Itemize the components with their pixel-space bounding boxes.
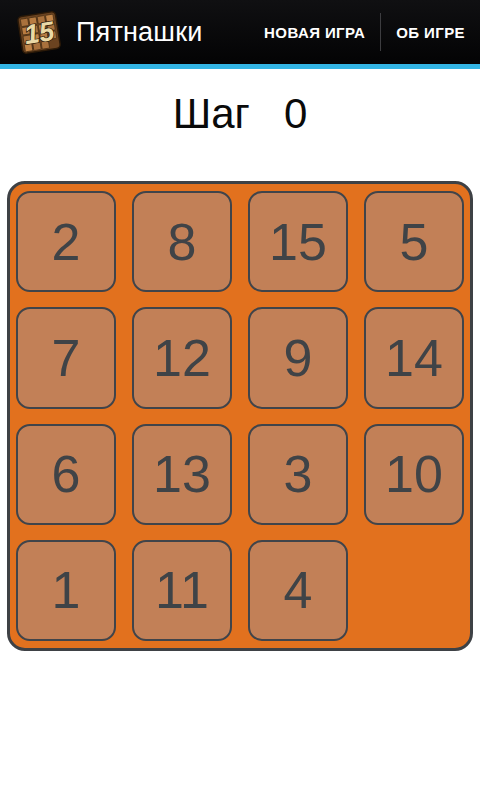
tile-5[interactable]: 5	[364, 191, 464, 292]
step-value: 0	[284, 88, 307, 140]
tile-8[interactable]: 8	[132, 191, 232, 292]
tile-1[interactable]: 1	[16, 540, 116, 641]
tile-15[interactable]: 15	[248, 191, 348, 292]
tile-2[interactable]: 2	[16, 191, 116, 292]
app-title: Пятнашки	[76, 17, 202, 48]
tile-12[interactable]: 12	[132, 307, 232, 408]
new-game-button[interactable]: НОВАЯ ИГРА	[249, 0, 380, 64]
tile-11[interactable]: 11	[132, 540, 232, 641]
puzzle-board: 2 8 15 5 7 12 9 14 6 13 3 10 1 11 4	[7, 181, 473, 651]
tile-6[interactable]: 6	[16, 424, 116, 525]
about-game-button[interactable]: ОБ ИГРЕ	[381, 0, 480, 64]
tile-10[interactable]: 10	[364, 424, 464, 525]
action-bar: 15 Пятнашки НОВАЯ ИГРА ОБ ИГРЕ	[0, 0, 480, 64]
step-counter: Шаг 0	[0, 88, 480, 140]
app-screen: 15 Пятнашки НОВАЯ ИГРА ОБ ИГРЕ Шаг 0 2 8…	[0, 0, 480, 800]
tile-7[interactable]: 7	[16, 307, 116, 408]
actionbar-accent-line	[0, 64, 480, 69]
step-label: Шаг	[173, 88, 250, 140]
empty-cell	[364, 540, 464, 641]
tile-14[interactable]: 14	[364, 307, 464, 408]
tile-9[interactable]: 9	[248, 307, 348, 408]
svg-text:15: 15	[22, 16, 57, 50]
action-bar-menu: НОВАЯ ИГРА ОБ ИГРЕ	[249, 0, 480, 64]
tile-4[interactable]: 4	[248, 540, 348, 641]
app-icon: 15	[13, 6, 65, 58]
tile-3[interactable]: 3	[248, 424, 348, 525]
tile-13[interactable]: 13	[132, 424, 232, 525]
